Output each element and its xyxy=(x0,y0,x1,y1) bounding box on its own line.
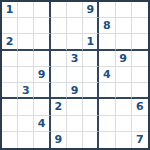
cell-r2c3[interactable] xyxy=(34,18,50,34)
given-digit: 7 xyxy=(136,134,144,145)
cell-r6c3[interactable] xyxy=(34,83,50,99)
cell-r5c1[interactable] xyxy=(2,67,18,83)
cell-r7c6[interactable] xyxy=(83,99,99,115)
given-digit: 3 xyxy=(22,85,30,96)
cell-r8c8[interactable] xyxy=(116,116,132,132)
given-digit: 4 xyxy=(38,118,46,129)
cell-r6c1[interactable] xyxy=(2,83,18,99)
given-digit: 9 xyxy=(71,85,79,96)
cell-r8c9[interactable] xyxy=(132,116,148,132)
cell-r4c9[interactable] xyxy=(132,51,148,67)
cell-r8c6[interactable] xyxy=(83,116,99,132)
cell-r9c8[interactable] xyxy=(116,132,132,148)
cell-r3c8[interactable] xyxy=(116,34,132,50)
given-digit: 3 xyxy=(71,53,79,64)
cell-r8c2[interactable] xyxy=(18,116,34,132)
cell-r7c2[interactable] xyxy=(18,99,34,115)
cell-r4c8: 9 xyxy=(116,51,132,67)
cell-r9c4: 9 xyxy=(51,132,67,148)
cell-r9c7[interactable] xyxy=(99,132,115,148)
cell-r9c6[interactable] xyxy=(83,132,99,148)
cell-r2c6[interactable] xyxy=(83,18,99,34)
cell-r3c2[interactable] xyxy=(18,34,34,50)
cell-r5c5[interactable] xyxy=(67,67,83,83)
cell-r9c5[interactable] xyxy=(67,132,83,148)
given-digit: 9 xyxy=(54,134,62,145)
cell-r7c5[interactable] xyxy=(67,99,83,115)
cell-r6c8[interactable] xyxy=(116,83,132,99)
cell-r5c2[interactable] xyxy=(18,67,34,83)
cell-r6c4[interactable] xyxy=(51,83,67,99)
cell-r8c7[interactable] xyxy=(99,116,115,132)
cell-r1c5[interactable] xyxy=(67,2,83,18)
cell-r6c9[interactable] xyxy=(132,83,148,99)
cell-r7c1[interactable] xyxy=(2,99,18,115)
cell-r2c8[interactable] xyxy=(116,18,132,34)
cell-r1c4[interactable] xyxy=(51,2,67,18)
cell-r8c1[interactable] xyxy=(2,116,18,132)
cell-r4c2[interactable] xyxy=(18,51,34,67)
given-digit: 9 xyxy=(38,69,46,80)
cell-r6c7[interactable] xyxy=(99,83,115,99)
given-digit: 8 xyxy=(103,20,111,31)
cell-r1c3[interactable] xyxy=(34,2,50,18)
cell-r7c4: 2 xyxy=(51,99,67,115)
cell-r4c5: 3 xyxy=(67,51,83,67)
cell-r5c4[interactable] xyxy=(51,67,67,83)
cell-r7c3[interactable] xyxy=(34,99,50,115)
cell-r8c5[interactable] xyxy=(67,116,83,132)
cell-r3c7[interactable] xyxy=(99,34,115,50)
cell-r9c1[interactable] xyxy=(2,132,18,148)
given-digit: 9 xyxy=(86,4,94,15)
given-digit: 2 xyxy=(6,36,14,47)
cell-r5c6[interactable] xyxy=(83,67,99,83)
cell-r3c9[interactable] xyxy=(132,34,148,50)
cell-r1c6: 9 xyxy=(83,2,99,18)
cell-r4c3[interactable] xyxy=(34,51,50,67)
cell-r7c7[interactable] xyxy=(99,99,115,115)
given-digit: 1 xyxy=(6,4,14,15)
cell-r1c9[interactable] xyxy=(132,2,148,18)
cell-r3c4[interactable] xyxy=(51,34,67,50)
cell-r4c1[interactable] xyxy=(2,51,18,67)
given-digit: 9 xyxy=(119,53,127,64)
cell-r6c6[interactable] xyxy=(83,83,99,99)
cell-r9c3[interactable] xyxy=(34,132,50,148)
cell-r9c9: 7 xyxy=(132,132,148,148)
cell-r5c8[interactable] xyxy=(116,67,132,83)
cell-r5c7: 4 xyxy=(99,67,115,83)
cell-r4c7[interactable] xyxy=(99,51,115,67)
cell-r3c5[interactable] xyxy=(67,34,83,50)
cell-r9c2[interactable] xyxy=(18,132,34,148)
cell-r2c1[interactable] xyxy=(2,18,18,34)
given-digit: 1 xyxy=(86,36,94,47)
cell-r5c9[interactable] xyxy=(132,67,148,83)
sudoku-board: 1982139943926497 xyxy=(0,0,150,150)
cell-r7c8[interactable] xyxy=(116,99,132,115)
cell-r3c3[interactable] xyxy=(34,34,50,50)
cell-r2c7: 8 xyxy=(99,18,115,34)
cell-r1c2[interactable] xyxy=(18,2,34,18)
cell-r2c4[interactable] xyxy=(51,18,67,34)
cell-r1c1: 1 xyxy=(2,2,18,18)
given-digit: 4 xyxy=(103,69,111,80)
cell-r4c6[interactable] xyxy=(83,51,99,67)
cell-r6c5: 9 xyxy=(67,83,83,99)
given-digit: 2 xyxy=(54,101,62,112)
cell-r6c2: 3 xyxy=(18,83,34,99)
cell-r1c8[interactable] xyxy=(116,2,132,18)
cell-r8c3: 4 xyxy=(34,116,50,132)
cell-r3c1: 2 xyxy=(2,34,18,50)
cell-r7c9: 6 xyxy=(132,99,148,115)
cell-r4c4[interactable] xyxy=(51,51,67,67)
cell-r1c7[interactable] xyxy=(99,2,115,18)
cell-r8c4[interactable] xyxy=(51,116,67,132)
cell-r2c2[interactable] xyxy=(18,18,34,34)
cell-r2c5[interactable] xyxy=(67,18,83,34)
cell-r2c9[interactable] xyxy=(132,18,148,34)
given-digit: 6 xyxy=(136,101,144,112)
cell-r5c3: 9 xyxy=(34,67,50,83)
cell-r3c6: 1 xyxy=(83,34,99,50)
